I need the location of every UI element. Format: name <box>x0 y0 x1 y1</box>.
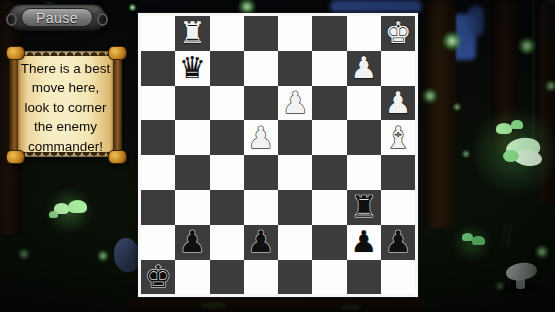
square-a3[interactable] <box>141 190 175 225</box>
square-a8[interactable] <box>141 16 175 51</box>
scroll-knob <box>108 46 127 60</box>
square-e3[interactable] <box>278 190 312 225</box>
square-e6[interactable]: ♟ <box>278 86 312 121</box>
square-b4[interactable] <box>175 155 209 190</box>
piece-white-king[interactable]: ♚ <box>381 16 415 51</box>
square-a2[interactable] <box>141 225 175 260</box>
square-h8[interactable]: ♚ <box>381 16 415 51</box>
square-e1[interactable] <box>278 260 312 295</box>
piece-black-queen[interactable]: ♛ <box>175 51 209 86</box>
square-e2[interactable] <box>278 225 312 260</box>
square-d1[interactable] <box>244 260 278 295</box>
square-c1[interactable] <box>210 260 244 295</box>
square-e4[interactable] <box>278 155 312 190</box>
square-h5[interactable]: ♝ <box>381 120 415 155</box>
piece-black-king[interactable]: ♚ <box>141 260 175 295</box>
firefly-glow <box>544 79 555 93</box>
piece-black-rook[interactable]: ♜ <box>347 190 381 225</box>
square-g5[interactable] <box>347 120 381 155</box>
square-g1[interactable] <box>347 260 381 295</box>
square-c4[interactable] <box>210 155 244 190</box>
square-a5[interactable] <box>141 120 175 155</box>
ground <box>128 297 424 312</box>
square-h6[interactable]: ♟ <box>381 86 415 121</box>
square-a4[interactable] <box>141 155 175 190</box>
square-d3[interactable] <box>244 190 278 225</box>
square-f2[interactable] <box>312 225 346 260</box>
square-d8[interactable] <box>244 16 278 51</box>
piece-white-pawn[interactable]: ♟ <box>381 86 415 121</box>
square-f5[interactable] <box>312 120 346 155</box>
square-h2[interactable]: ♟ <box>381 225 415 260</box>
square-f1[interactable] <box>312 260 346 295</box>
square-f7[interactable] <box>312 51 346 86</box>
piece-white-pawn[interactable]: ♟ <box>244 120 278 155</box>
piece-black-pawn[interactable]: ♟ <box>244 225 278 260</box>
square-e7[interactable] <box>278 51 312 86</box>
square-h7[interactable] <box>381 51 415 86</box>
piece-black-pawn[interactable]: ♟ <box>381 225 415 260</box>
square-c8[interactable] <box>210 16 244 51</box>
square-a1[interactable]: ♚ <box>141 260 175 295</box>
glowing-mushroom <box>496 123 512 134</box>
square-h1[interactable] <box>381 260 415 295</box>
square-f6[interactable] <box>312 86 346 121</box>
firefly-glow <box>128 3 137 12</box>
grass-tuft <box>200 302 226 309</box>
square-b6[interactable] <box>175 86 209 121</box>
pause-label: Pause <box>21 8 93 27</box>
pause-button[interactable]: Pause <box>8 4 106 31</box>
square-b5[interactable] <box>175 120 209 155</box>
scroll-knob <box>6 150 25 164</box>
square-c6[interactable] <box>210 86 244 121</box>
sky-patch <box>468 6 484 36</box>
square-e5[interactable] <box>278 120 312 155</box>
grass-tuft <box>340 304 362 310</box>
parchment-trim <box>18 51 113 56</box>
piece-white-bishop[interactable]: ♝ <box>381 120 415 155</box>
glowing-mushroom <box>472 236 485 245</box>
firefly-glow <box>421 87 439 105</box>
scroll-knob <box>6 46 25 60</box>
firefly-glow <box>96 249 110 263</box>
square-f4[interactable] <box>312 155 346 190</box>
glowing-mushroom <box>49 211 58 218</box>
piece-white-pawn[interactable]: ♟ <box>278 86 312 121</box>
square-b8[interactable]: ♜ <box>175 16 209 51</box>
square-d4[interactable] <box>244 155 278 190</box>
square-c5[interactable] <box>210 120 244 155</box>
square-g4[interactable] <box>347 155 381 190</box>
square-b7[interactable]: ♛ <box>175 51 209 86</box>
square-g8[interactable] <box>347 16 381 51</box>
square-c7[interactable] <box>210 51 244 86</box>
square-b1[interactable] <box>175 260 209 295</box>
piece-black-pawn[interactable]: ♟ <box>175 225 209 260</box>
square-d6[interactable] <box>244 86 278 121</box>
square-g2[interactable]: ♟ <box>347 225 381 260</box>
square-g3[interactable]: ♜ <box>347 190 381 225</box>
square-h4[interactable] <box>381 155 415 190</box>
rock <box>114 238 140 272</box>
board-grid: ♜♚♛♟♟♟♟♝♜♟♟♟♟♚ <box>141 16 415 294</box>
chess-board: ♜♚♛♟♟♟♟♝♜♟♟♟♟♚ <box>138 13 418 297</box>
glowing-mushroom <box>511 120 523 129</box>
square-d2[interactable]: ♟ <box>244 225 278 260</box>
firefly-glow <box>17 247 31 261</box>
square-c2[interactable] <box>210 225 244 260</box>
firefly-glow <box>517 36 537 56</box>
glowing-flower <box>503 150 519 162</box>
fern <box>501 223 513 248</box>
square-b3[interactable] <box>175 190 209 225</box>
firefly-glow <box>452 102 462 112</box>
square-g6[interactable] <box>347 86 381 121</box>
square-a7[interactable] <box>141 51 175 86</box>
square-b2[interactable]: ♟ <box>175 225 209 260</box>
firefly-glow <box>441 30 463 52</box>
square-d7[interactable] <box>244 51 278 86</box>
square-a6[interactable] <box>141 86 175 121</box>
square-d5[interactable]: ♟ <box>244 120 278 155</box>
scroll-knob <box>108 150 127 164</box>
glowing-mushroom <box>68 200 87 213</box>
square-c3[interactable] <box>210 190 244 225</box>
square-f8[interactable] <box>312 16 346 51</box>
square-h3[interactable] <box>381 190 415 225</box>
sky-patch <box>330 0 422 13</box>
gray-mushroom-cap <box>505 261 538 282</box>
square-g7[interactable]: ♟ <box>347 51 381 86</box>
hint-text: There is a best move here, look to corne… <box>20 59 111 151</box>
scroll-roller-right <box>112 54 122 154</box>
piece-white-rook[interactable]: ♜ <box>175 16 209 51</box>
piece-black-pawn[interactable]: ♟ <box>347 225 381 260</box>
parchment: There is a best move here, look to corne… <box>18 51 113 157</box>
hint-scroll: There is a best move here, look to corne… <box>2 46 129 162</box>
square-f3[interactable] <box>312 190 346 225</box>
firefly-glow <box>534 244 550 260</box>
square-e8[interactable] <box>278 16 312 51</box>
piece-white-pawn[interactable]: ♟ <box>347 51 381 86</box>
